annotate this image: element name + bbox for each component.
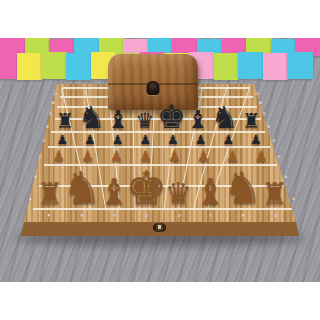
white-met-queen: ♛: [165, 179, 192, 209]
black-khon-bishop: ♝: [107, 107, 130, 132]
white-rook: ♜: [261, 179, 288, 209]
black-bia-pawn: ♟: [167, 133, 179, 146]
black-bia-pawn: ♟: [112, 133, 124, 146]
black-bia-pawn: ♟: [84, 133, 96, 146]
black-rook: ♜: [56, 111, 75, 132]
letterbox-top: [0, 0, 320, 38]
white-khon-bishop: ♝: [194, 173, 226, 209]
black-bia-pawn: ♟: [139, 133, 151, 146]
white-knight: ♞: [62, 166, 101, 210]
black-khon-bishop: ♝: [187, 107, 210, 132]
black-king: ♚: [157, 101, 186, 133]
white-bia-pawn: ♟: [168, 149, 181, 163]
black-bia-pawn: ♟: [56, 133, 68, 146]
black-bia-pawn: ♟: [222, 133, 234, 146]
photo-canvas: ๑๑๒๒๓๓๔๔๕๕๖๖๗๗๘๘๑๒๓๔๕๖๗๘ ♜♞♝♛♚♝♞♜♟♟♟♟♟♟♟…: [0, 0, 320, 320]
pieces-layer: ♜♞♝♛♚♝♞♜♟♟♟♟♟♟♟♟♟♟♟♟♟♟♟♟♜♞♝♚♛♝♞♜: [0, 0, 320, 320]
black-knight: ♞: [78, 102, 106, 133]
black-met-queen: ♛: [136, 111, 155, 132]
white-rook: ♜: [36, 179, 63, 209]
white-king: ♚: [126, 164, 167, 210]
black-bia-pawn: ♟: [195, 133, 207, 146]
white-knight: ♞: [223, 166, 262, 210]
letterbox-bottom: [0, 282, 320, 320]
black-bia-pawn: ♟: [250, 133, 262, 146]
white-bia-pawn: ♟: [110, 149, 123, 163]
black-rook: ♜: [242, 111, 261, 132]
white-bia-pawn: ♟: [197, 149, 210, 163]
black-knight: ♞: [211, 102, 239, 133]
